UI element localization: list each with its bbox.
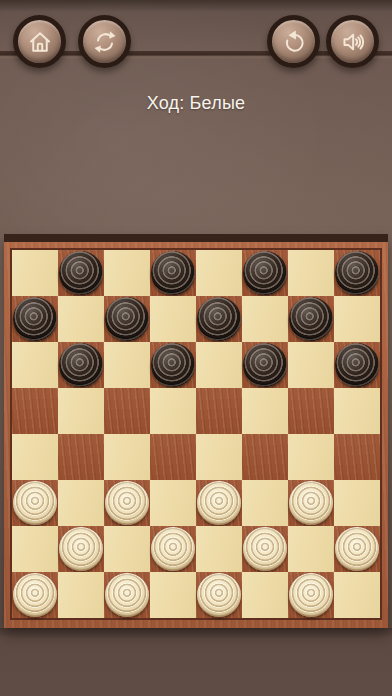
white-piece[interactable] (197, 573, 241, 617)
black-piece[interactable] (243, 343, 287, 387)
square-a7[interactable] (12, 296, 58, 342)
square-e6 (196, 342, 242, 388)
square-g1[interactable] (288, 572, 334, 618)
black-piece[interactable] (243, 251, 287, 295)
black-piece[interactable] (59, 251, 103, 295)
square-c5[interactable] (104, 388, 150, 434)
checkers-board (4, 234, 388, 628)
square-f1 (242, 572, 288, 618)
black-piece[interactable] (151, 251, 195, 295)
square-h5 (334, 388, 380, 434)
refresh-icon (90, 27, 120, 57)
square-c3[interactable] (104, 480, 150, 526)
square-d2[interactable] (150, 526, 196, 572)
white-piece[interactable] (105, 573, 149, 617)
square-e7[interactable] (196, 296, 242, 342)
square-d5 (150, 388, 196, 434)
square-g6 (288, 342, 334, 388)
square-b2[interactable] (58, 526, 104, 572)
home-button[interactable] (13, 15, 66, 68)
square-f2[interactable] (242, 526, 288, 572)
square-h1 (334, 572, 380, 618)
white-piece[interactable] (13, 481, 57, 525)
square-b6[interactable] (58, 342, 104, 388)
square-g2 (288, 526, 334, 572)
black-piece[interactable] (335, 343, 379, 387)
square-c4 (104, 434, 150, 480)
square-h6[interactable] (334, 342, 380, 388)
square-g4 (288, 434, 334, 480)
square-b8[interactable] (58, 250, 104, 296)
white-piece[interactable] (105, 481, 149, 525)
square-d7 (150, 296, 196, 342)
square-e2 (196, 526, 242, 572)
white-piece[interactable] (13, 573, 57, 617)
black-piece[interactable] (197, 297, 241, 341)
square-f6[interactable] (242, 342, 288, 388)
square-e5[interactable] (196, 388, 242, 434)
square-c6 (104, 342, 150, 388)
white-piece[interactable] (59, 527, 103, 571)
black-piece[interactable] (59, 343, 103, 387)
square-d3 (150, 480, 196, 526)
square-f5 (242, 388, 288, 434)
square-c7[interactable] (104, 296, 150, 342)
square-g5[interactable] (288, 388, 334, 434)
undo-button[interactable] (267, 15, 320, 68)
black-piece[interactable] (13, 297, 57, 341)
square-b5 (58, 388, 104, 434)
black-piece[interactable] (105, 297, 149, 341)
board-grid (10, 248, 382, 620)
sound-button[interactable] (326, 15, 379, 68)
black-piece[interactable] (151, 343, 195, 387)
square-d8[interactable] (150, 250, 196, 296)
speaker-icon (338, 27, 368, 57)
square-c8 (104, 250, 150, 296)
square-d1 (150, 572, 196, 618)
game-screen: Ход: Белые (0, 0, 392, 696)
square-e1[interactable] (196, 572, 242, 618)
black-piece[interactable] (289, 297, 333, 341)
square-c1[interactable] (104, 572, 150, 618)
square-h8[interactable] (334, 250, 380, 296)
square-a3[interactable] (12, 480, 58, 526)
square-a8 (12, 250, 58, 296)
square-a2 (12, 526, 58, 572)
white-piece[interactable] (243, 527, 287, 571)
square-b3 (58, 480, 104, 526)
square-g7[interactable] (288, 296, 334, 342)
square-d4[interactable] (150, 434, 196, 480)
square-a5[interactable] (12, 388, 58, 434)
square-f3 (242, 480, 288, 526)
square-b1 (58, 572, 104, 618)
square-e3[interactable] (196, 480, 242, 526)
restart-button[interactable] (78, 15, 131, 68)
square-f7 (242, 296, 288, 342)
square-e4 (196, 434, 242, 480)
square-a6 (12, 342, 58, 388)
square-c2 (104, 526, 150, 572)
square-h7 (334, 296, 380, 342)
square-b7 (58, 296, 104, 342)
square-h3 (334, 480, 380, 526)
square-e8 (196, 250, 242, 296)
square-h2[interactable] (334, 526, 380, 572)
white-piece[interactable] (289, 481, 333, 525)
square-a4 (12, 434, 58, 480)
square-d6[interactable] (150, 342, 196, 388)
white-piece[interactable] (335, 527, 379, 571)
black-piece[interactable] (335, 251, 379, 295)
square-f8[interactable] (242, 250, 288, 296)
square-a1[interactable] (12, 572, 58, 618)
square-f4[interactable] (242, 434, 288, 480)
white-piece[interactable] (289, 573, 333, 617)
turn-status-label: Ход: Белые (0, 92, 392, 114)
square-b4[interactable] (58, 434, 104, 480)
square-h4[interactable] (334, 434, 380, 480)
undo-icon (279, 27, 309, 57)
home-icon (25, 27, 55, 57)
white-piece[interactable] (151, 527, 195, 571)
square-g8 (288, 250, 334, 296)
square-g3[interactable] (288, 480, 334, 526)
white-piece[interactable] (197, 481, 241, 525)
